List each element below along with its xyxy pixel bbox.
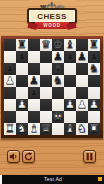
app-screen: ♜♔♛ CHESS WOOD ♜♛♚♝♜♟♟♟♟♟♟♝♞♟♟♞♟♟♟♟♟♚♜♞♝…	[0, 0, 104, 184]
app-title: CHESS	[37, 12, 67, 21]
piece-black-knight: ♞	[89, 63, 99, 75]
restart-icon	[24, 152, 33, 161]
square-e5[interactable]: ♞	[52, 75, 64, 87]
speaker-icon	[9, 152, 18, 161]
piece-black-pawn: ♟	[17, 51, 27, 63]
ad-label: Test Ad	[2, 175, 104, 183]
square-g3[interactable]: ♟	[76, 99, 88, 111]
square-g6[interactable]	[76, 63, 88, 75]
square-c8[interactable]	[28, 39, 40, 51]
square-h3[interactable]: ♟	[88, 99, 100, 111]
square-b3[interactable]: ♟	[16, 99, 28, 111]
pause-button[interactable]	[83, 150, 96, 163]
square-f5[interactable]	[64, 75, 76, 87]
pause-icon	[85, 152, 94, 161]
restart-button[interactable]	[22, 150, 35, 163]
piece-black-queen: ♛	[41, 39, 51, 51]
piece-white-pawn: ♟	[77, 99, 87, 111]
square-a5[interactable]: ♟	[4, 75, 16, 87]
square-f3[interactable]: ♟	[64, 99, 76, 111]
square-d7[interactable]	[40, 51, 52, 63]
square-e4[interactable]	[52, 87, 64, 99]
square-a1[interactable]: ♜	[4, 123, 16, 135]
square-h6[interactable]: ♞	[88, 63, 100, 75]
square-h5[interactable]	[88, 75, 100, 87]
ad-choices-icon[interactable]	[98, 177, 102, 181]
app-logo: ♜♔♛ CHESS WOOD	[0, 0, 104, 34]
square-d3[interactable]	[40, 99, 52, 111]
piece-white-knight: ♞	[17, 123, 27, 135]
logo-ribbon: WOOD	[35, 22, 69, 29]
piece-white-king: ♚	[53, 111, 63, 123]
piece-white-knight: ♞	[77, 123, 87, 135]
square-d8[interactable]: ♛	[40, 39, 52, 51]
ad-banner[interactable]: Test Ad	[0, 175, 104, 184]
square-d4[interactable]	[40, 87, 52, 99]
square-b6[interactable]	[16, 63, 28, 75]
piece-white-pawn: ♟	[17, 99, 27, 111]
square-c7[interactable]	[28, 51, 40, 63]
square-c1[interactable]: ♝	[28, 123, 40, 135]
app-subtitle: WOOD	[43, 23, 61, 28]
piece-black-pawn: ♟	[65, 51, 75, 63]
chess-board: ♜♛♚♝♜♟♟♟♟♟♟♝♞♟♟♞♟♟♟♟♟♚♜♞♝♛♝♞♜	[4, 39, 100, 135]
square-e1[interactable]	[52, 123, 64, 135]
piece-white-pawn: ♟	[89, 99, 99, 111]
square-g1[interactable]: ♞	[76, 123, 88, 135]
square-e2[interactable]: ♚	[52, 111, 64, 123]
piece-black-knight: ♞	[53, 75, 63, 87]
square-a3[interactable]	[4, 99, 16, 111]
piece-white-pawn: ♟	[65, 99, 75, 111]
square-d5[interactable]	[40, 75, 52, 87]
square-b1[interactable]: ♞	[16, 123, 28, 135]
square-c3[interactable]	[28, 99, 40, 111]
piece-white-bishop: ♝	[29, 123, 39, 135]
chess-board-frame: ♜♛♚♝♜♟♟♟♟♟♟♝♞♟♟♞♟♟♟♟♟♚♜♞♝♛♝♞♜	[1, 36, 103, 138]
square-a8[interactable]	[4, 39, 16, 51]
square-g7[interactable]: ♟	[76, 51, 88, 63]
square-b5[interactable]	[16, 75, 28, 87]
piece-black-pawn: ♟	[29, 87, 39, 99]
piece-white-queen: ♛	[41, 123, 51, 135]
piece-black-pawn: ♟	[77, 51, 87, 63]
square-h1[interactable]: ♜	[88, 123, 100, 135]
square-a4[interactable]	[4, 87, 16, 99]
square-d6[interactable]	[40, 63, 52, 75]
piece-white-bishop: ♝	[65, 123, 75, 135]
square-f7[interactable]: ♟	[64, 51, 76, 63]
square-c4[interactable]: ♟	[28, 87, 40, 99]
square-f6[interactable]	[64, 63, 76, 75]
piece-white-rook: ♜	[89, 123, 99, 135]
square-b7[interactable]: ♟	[16, 51, 28, 63]
volume-button[interactable]	[7, 150, 20, 163]
piece-white-rook: ♜	[5, 123, 15, 135]
square-d1[interactable]: ♛	[40, 123, 52, 135]
square-g5[interactable]	[76, 75, 88, 87]
square-f1[interactable]: ♝	[64, 123, 76, 135]
piece-white-pawn: ♟	[5, 75, 15, 87]
